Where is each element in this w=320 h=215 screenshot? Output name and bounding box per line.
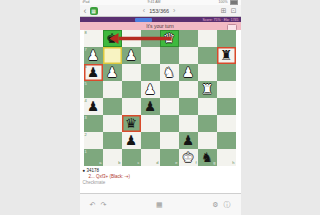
white-pawn-b6[interactable]: ♟ — [103, 64, 122, 81]
square-a4[interactable]: 4♟ — [84, 98, 103, 115]
file-label-g: g — [213, 161, 215, 165]
solution-panel: ● 34178 2... Qxf3+ (Black: -+) Checkmate — [80, 166, 241, 193]
rank-label-4: 4 — [85, 99, 87, 103]
rank-label-3: 3 — [85, 116, 87, 120]
black-pawn-a4[interactable]: ♟ — [84, 98, 103, 115]
file-label-d: d — [156, 161, 158, 165]
black-pawn-a6[interactable]: ♟ — [84, 64, 103, 81]
file-label-f: f — [195, 161, 196, 165]
back-button[interactable]: ‹ — [84, 6, 87, 16]
square-g6[interactable] — [198, 64, 217, 81]
square-c2[interactable]: ♟ — [122, 132, 141, 149]
redo-icon[interactable]: ↷ — [100, 201, 106, 209]
rank-label-5: 5 — [85, 82, 87, 86]
square-b2[interactable] — [103, 132, 122, 149]
square-a6[interactable]: 6♟ — [84, 64, 103, 81]
square-b1[interactable]: b — [103, 149, 122, 166]
square-e3[interactable] — [160, 115, 179, 132]
black-pawn-c2[interactable]: ♟ — [122, 132, 141, 149]
bottom-toolbar: ↶ ↷ ▦ ⚙ ⓘ — [80, 193, 241, 215]
square-a3[interactable]: 3 — [84, 115, 103, 132]
square-f4[interactable] — [179, 98, 198, 115]
info-icon[interactable]: ⊡ — [231, 7, 237, 15]
white-pawn-d5[interactable]: ♟ — [141, 81, 160, 98]
square-a2[interactable]: 2 — [84, 132, 103, 149]
square-b7[interactable] — [103, 47, 122, 64]
square-f6[interactable]: ♟ — [179, 64, 198, 81]
square-d7[interactable] — [141, 47, 160, 64]
square-b8[interactable]: ♚ — [103, 30, 122, 47]
square-a7[interactable]: 7♟ — [84, 47, 103, 64]
black-rook-h7[interactable]: ♜ — [217, 47, 236, 64]
square-h2[interactable] — [217, 132, 236, 149]
square-h5[interactable] — [217, 81, 236, 98]
black-king-b8[interactable]: ♚ — [103, 30, 122, 47]
square-g5[interactable]: ♜ — [198, 81, 217, 98]
square-d5[interactable]: ♟ — [141, 81, 160, 98]
app-window: iPad 9:41 AM 100% ‹ ▦ ‹ 153/366 › ⊞ ⊡ Sc… — [80, 0, 241, 215]
square-b5[interactable] — [103, 81, 122, 98]
square-c5[interactable] — [122, 81, 141, 98]
black-pawn-f2[interactable]: ♟ — [179, 132, 198, 149]
square-f8[interactable] — [179, 30, 198, 47]
square-a1[interactable]: 1a — [84, 149, 103, 166]
square-f2[interactable]: ♟ — [179, 132, 198, 149]
square-d4[interactable]: ♟ — [141, 98, 160, 115]
square-b6[interactable]: ♟ — [103, 64, 122, 81]
square-d8[interactable] — [141, 30, 160, 47]
square-c4[interactable] — [122, 98, 141, 115]
file-label-h: h — [232, 161, 234, 165]
square-f3[interactable] — [179, 115, 198, 132]
white-king-f1[interactable]: ♚ — [179, 149, 198, 166]
square-e6[interactable]: ♞ — [160, 64, 179, 81]
about-icon[interactable]: ⓘ — [224, 201, 231, 209]
square-f1[interactable]: f♚ — [179, 149, 198, 166]
white-knight-e6[interactable]: ♞ — [160, 64, 179, 81]
square-h7[interactable]: ♜ — [217, 47, 236, 64]
square-g2[interactable] — [198, 132, 217, 149]
app-icon[interactable]: ▦ — [90, 7, 98, 15]
white-pawn-c7[interactable]: ♟ — [122, 47, 141, 64]
square-h1[interactable]: h — [217, 149, 236, 166]
black-knight-g1[interactable]: ♞ — [198, 149, 217, 166]
square-g4[interactable] — [198, 98, 217, 115]
square-e2[interactable] — [160, 132, 179, 149]
next-puzzle-button[interactable]: › — [173, 7, 175, 14]
file-label-e: e — [175, 161, 177, 165]
square-c3[interactable]: ♛ — [122, 115, 141, 132]
square-h6[interactable] — [217, 64, 236, 81]
turn-banner: It's your turn — [80, 22, 241, 30]
square-d2[interactable] — [141, 132, 160, 149]
square-a5[interactable]: 5 — [84, 81, 103, 98]
move-list-icon[interactable]: ▦ — [156, 201, 163, 209]
black-queen-c3[interactable]: ♛ — [122, 115, 141, 132]
nav-toolbar: ‹ ▦ ‹ 153/366 › ⊞ ⊡ — [80, 5, 241, 17]
rank-label-6: 6 — [85, 65, 87, 69]
square-g7[interactable] — [198, 47, 217, 64]
square-h4[interactable] — [217, 98, 236, 115]
rank-label-1: 1 — [85, 150, 87, 154]
board-list-icon[interactable]: ⊞ — [221, 7, 227, 15]
file-label-b: b — [118, 161, 120, 165]
square-e4[interactable] — [160, 98, 179, 115]
square-b3[interactable] — [103, 115, 122, 132]
white-pawn-a7[interactable]: ♟ — [84, 47, 103, 64]
white-queen-e8[interactable]: ♛ — [160, 30, 179, 47]
white-pawn-f6[interactable]: ♟ — [179, 64, 198, 81]
white-rook-g5[interactable]: ♜ — [198, 81, 217, 98]
rank-label-7: 7 — [85, 48, 87, 52]
square-c7[interactable]: ♟ — [122, 47, 141, 64]
rank-label-8: 8 — [85, 31, 87, 35]
chess-board: 8♚♛7♟♟♜6♟♟♞♟5♟♜4♟♟3♛2♟♟1abcdef♚g♞h — [84, 30, 236, 166]
square-e8[interactable]: ♛ — [160, 30, 179, 47]
square-c6[interactable] — [122, 64, 141, 81]
square-f5[interactable] — [179, 81, 198, 98]
turn-banner-label: It's your turn — [146, 23, 173, 29]
puzzle-counter: 153/366 — [149, 8, 169, 14]
square-g3[interactable] — [198, 115, 217, 132]
settings-icon[interactable]: ⚙ — [212, 201, 218, 209]
square-g1[interactable]: g♞ — [198, 149, 217, 166]
stats-text: Score: 75% · Elo: 1745 — [203, 18, 239, 22]
file-label-a: a — [99, 161, 101, 165]
square-b4[interactable] — [103, 98, 122, 115]
file-label-c: c — [138, 161, 140, 165]
square-d1[interactable]: d — [141, 149, 160, 166]
square-e5[interactable] — [160, 81, 179, 98]
square-e7[interactable] — [160, 47, 179, 64]
square-e1[interactable]: e — [160, 149, 179, 166]
square-g8[interactable] — [198, 30, 217, 47]
square-f7[interactable] — [179, 47, 198, 64]
square-c1[interactable]: c — [122, 149, 141, 166]
square-d3[interactable] — [141, 115, 160, 132]
square-h8[interactable] — [217, 30, 236, 47]
square-c8[interactable] — [122, 30, 141, 47]
rank-label-2: 2 — [85, 133, 87, 137]
square-a8[interactable]: 8 — [84, 30, 103, 47]
square-d6[interactable] — [141, 64, 160, 81]
prev-puzzle-button[interactable]: ‹ — [143, 7, 145, 14]
undo-icon[interactable]: ↶ — [90, 201, 96, 209]
progress-segment — [135, 18, 152, 22]
square-h3[interactable] — [217, 115, 236, 132]
result-label: Checkmate — [83, 180, 238, 186]
black-pawn-d4[interactable]: ♟ — [141, 98, 160, 115]
